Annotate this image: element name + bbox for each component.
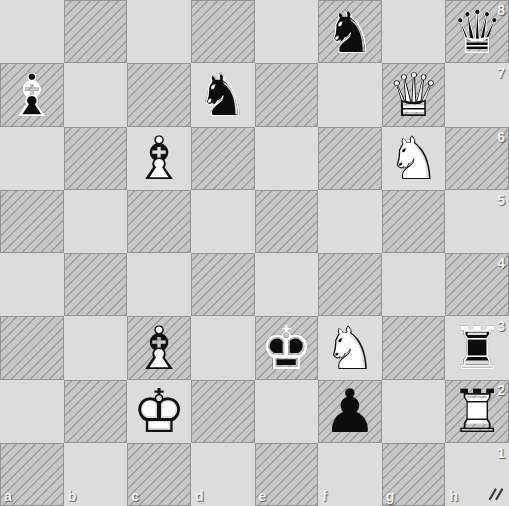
square-g7[interactable]: ♛♕ <box>382 63 446 126</box>
piece-black-king[interactable]: ♚♔ <box>255 316 319 379</box>
square-e3[interactable]: ♚♔ <box>255 316 319 379</box>
piece-black-knight[interactable]: ♞♘ <box>318 0 382 63</box>
square-h4[interactable]: 4 <box>445 253 509 316</box>
square-c4[interactable] <box>127 253 191 316</box>
white-bishop-detail-lines: ♗ <box>127 127 191 190</box>
black-bishop-detail-lines: ♗ <box>0 63 64 126</box>
rank-label-6: 6 <box>497 130 505 144</box>
piece-white-king[interactable]: ♚♔ <box>127 380 191 443</box>
square-b1[interactable]: b <box>64 443 128 506</box>
square-a6[interactable] <box>0 127 64 190</box>
square-g5[interactable] <box>382 190 446 253</box>
square-e5[interactable] <box>255 190 319 253</box>
square-f5[interactable] <box>318 190 382 253</box>
square-c1[interactable]: c <box>127 443 191 506</box>
square-a1[interactable]: a <box>0 443 64 506</box>
square-b3[interactable] <box>64 316 128 379</box>
white-king-detail-lines: ♔ <box>127 380 191 443</box>
square-c6[interactable]: ♝♗ <box>127 127 191 190</box>
square-h1[interactable]: h1 <box>445 443 509 506</box>
square-b8[interactable] <box>64 0 128 63</box>
rank-label-4: 4 <box>497 256 505 270</box>
white-rook-detail-lines: ♖ <box>445 380 509 443</box>
piece-white-rook[interactable]: ♜♖ <box>445 380 509 443</box>
file-label-g: g <box>386 489 395 503</box>
square-b5[interactable] <box>64 190 128 253</box>
square-b4[interactable] <box>64 253 128 316</box>
square-h2[interactable]: ♜♖2 <box>445 380 509 443</box>
white-knight-detail-lines: ♘ <box>318 316 382 379</box>
square-f1[interactable]: f <box>318 443 382 506</box>
square-f4[interactable] <box>318 253 382 316</box>
piece-white-bishop[interactable]: ♝♗ <box>127 316 191 379</box>
square-h5[interactable]: 5 <box>445 190 509 253</box>
square-b7[interactable] <box>64 63 128 126</box>
file-label-h: h <box>449 489 458 503</box>
piece-white-knight[interactable]: ♞♘ <box>382 127 446 190</box>
square-d7[interactable]: ♞♘ <box>191 63 255 126</box>
square-h3[interactable]: ♜♖3 <box>445 316 509 379</box>
square-b6[interactable] <box>64 127 128 190</box>
square-e6[interactable] <box>255 127 319 190</box>
file-label-b: b <box>68 489 77 503</box>
square-g1[interactable]: g <box>382 443 446 506</box>
white-knight-detail-lines: ♘ <box>382 127 446 190</box>
square-c5[interactable] <box>127 190 191 253</box>
square-d4[interactable] <box>191 253 255 316</box>
square-a2[interactable] <box>0 380 64 443</box>
square-h8[interactable]: ♛♕8 <box>445 0 509 63</box>
black-knight-detail-lines: ♘ <box>318 0 382 63</box>
black-knight-detail-lines: ♘ <box>191 63 255 126</box>
chess-board: ♞♘♛♕8♝♗♞♘♛♕7♝♗♞♘654♝♗♚♔♞♘♜♖3♚♔♟♜♖2abcdef… <box>0 0 509 506</box>
square-d3[interactable] <box>191 316 255 379</box>
white-queen-detail-lines: ♕ <box>382 63 446 126</box>
square-a4[interactable] <box>0 253 64 316</box>
square-d1[interactable]: d <box>191 443 255 506</box>
square-b2[interactable] <box>64 380 128 443</box>
black-rook-detail-lines: ♖ <box>445 316 509 379</box>
piece-white-queen[interactable]: ♛♕ <box>382 63 446 126</box>
black-queen-detail-lines: ♕ <box>445 0 509 63</box>
square-g8[interactable] <box>382 0 446 63</box>
square-e8[interactable] <box>255 0 319 63</box>
piece-black-queen[interactable]: ♛♕ <box>445 0 509 63</box>
square-f2[interactable]: ♟ <box>318 380 382 443</box>
black-pawn-glyph: ♟ <box>318 380 382 443</box>
square-a3[interactable] <box>0 316 64 379</box>
rank-label-5: 5 <box>497 193 505 207</box>
file-label-a: a <box>4 489 12 503</box>
square-f6[interactable] <box>318 127 382 190</box>
rank-label-1: 1 <box>497 446 505 460</box>
square-g6[interactable]: ♞♘ <box>382 127 446 190</box>
rank-label-7: 7 <box>497 66 505 80</box>
square-c2[interactable]: ♚♔ <box>127 380 191 443</box>
square-h7[interactable]: 7 <box>445 63 509 126</box>
piece-white-knight[interactable]: ♞♘ <box>318 316 382 379</box>
white-bishop-detail-lines: ♗ <box>127 316 191 379</box>
square-f7[interactable] <box>318 63 382 126</box>
square-c3[interactable]: ♝♗ <box>127 316 191 379</box>
piece-black-knight[interactable]: ♞♘ <box>191 63 255 126</box>
square-g4[interactable] <box>382 253 446 316</box>
file-label-e: e <box>259 489 267 503</box>
square-f3[interactable]: ♞♘ <box>318 316 382 379</box>
square-d6[interactable] <box>191 127 255 190</box>
file-label-f: f <box>322 489 327 503</box>
square-d2[interactable] <box>191 380 255 443</box>
square-e4[interactable] <box>255 253 319 316</box>
square-a8[interactable] <box>0 0 64 63</box>
square-c8[interactable] <box>127 0 191 63</box>
square-a5[interactable] <box>0 190 64 253</box>
square-d5[interactable] <box>191 190 255 253</box>
square-h6[interactable]: 6 <box>445 127 509 190</box>
move-indicator-icon <box>488 488 504 501</box>
file-label-d: d <box>195 489 204 503</box>
file-label-c: c <box>131 489 139 503</box>
square-g2[interactable] <box>382 380 446 443</box>
square-e7[interactable] <box>255 63 319 126</box>
square-g3[interactable] <box>382 316 446 379</box>
square-e1[interactable]: e <box>255 443 319 506</box>
square-e2[interactable] <box>255 380 319 443</box>
piece-black-bishop[interactable]: ♝♗ <box>0 63 64 126</box>
piece-white-bishop[interactable]: ♝♗ <box>127 127 191 190</box>
square-c7[interactable] <box>127 63 191 126</box>
square-a7[interactable]: ♝♗ <box>0 63 64 126</box>
black-king-detail-lines: ♔ <box>255 316 319 379</box>
piece-black-rook[interactable]: ♜♖ <box>445 316 509 379</box>
square-d8[interactable] <box>191 0 255 63</box>
square-f8[interactable]: ♞♘ <box>318 0 382 63</box>
piece-black-pawn[interactable]: ♟ <box>318 380 382 443</box>
